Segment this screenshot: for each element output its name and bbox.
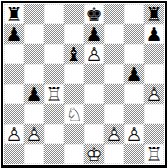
white-pawn-glyph: ♙ <box>4 124 24 144</box>
square-h8[interactable]: ♜ <box>144 4 164 24</box>
piece-white-pawn: ♟♙ <box>104 124 124 144</box>
square-b5[interactable] <box>24 64 44 84</box>
piece-black-pawn: ♟ <box>4 24 24 44</box>
square-f3[interactable] <box>104 104 124 124</box>
square-e2[interactable] <box>84 124 104 144</box>
square-e1[interactable]: ♚♔ <box>84 144 104 164</box>
piece-white-knight: ♞♘ <box>64 104 84 124</box>
square-e5[interactable] <box>84 64 104 84</box>
white-pawn-glyph: ♙ <box>144 84 164 104</box>
piece-white-pawn: ♟♙ <box>4 124 24 144</box>
square-d2[interactable] <box>64 124 84 144</box>
square-a8[interactable]: ♜ <box>4 4 24 24</box>
white-pawn-glyph: ♙ <box>104 124 124 144</box>
square-g7[interactable] <box>124 24 144 44</box>
square-g8[interactable] <box>124 4 144 24</box>
square-h1[interactable]: ♜♖ <box>144 144 164 164</box>
square-d7[interactable] <box>64 24 84 44</box>
square-c8[interactable] <box>44 4 64 24</box>
square-c3[interactable] <box>44 104 64 124</box>
square-a3[interactable] <box>4 104 24 124</box>
white-pawn-glyph: ♙ <box>84 44 104 64</box>
piece-black-pawn: ♟ <box>144 24 164 44</box>
square-f4[interactable] <box>104 84 124 104</box>
square-g3[interactable] <box>124 104 144 124</box>
square-c7[interactable] <box>44 24 64 44</box>
piece-white-king: ♚♔ <box>84 144 104 164</box>
square-f2[interactable]: ♟♙ <box>104 124 124 144</box>
square-f6[interactable] <box>104 44 124 64</box>
square-c2[interactable] <box>44 124 64 144</box>
white-pawn-glyph: ♙ <box>124 124 144 144</box>
square-d8[interactable] <box>64 4 84 24</box>
white-rook-glyph: ♖ <box>44 84 64 104</box>
square-h7[interactable]: ♟ <box>144 24 164 44</box>
square-a1[interactable] <box>4 144 24 164</box>
square-b8[interactable] <box>24 4 44 24</box>
piece-white-rook: ♜♖ <box>44 84 64 104</box>
piece-black-pawn: ♟ <box>124 64 144 84</box>
square-b4[interactable]: ♟ <box>24 84 44 104</box>
square-b6[interactable] <box>24 44 44 64</box>
square-a5[interactable] <box>4 64 24 84</box>
white-king-glyph: ♔ <box>84 144 104 164</box>
piece-black-pawn: ♟ <box>24 84 44 104</box>
piece-black-king: ♚ <box>84 4 104 24</box>
square-d1[interactable] <box>64 144 84 164</box>
square-f7[interactable] <box>104 24 124 44</box>
square-g4[interactable] <box>124 84 144 104</box>
square-d4[interactable] <box>64 84 84 104</box>
square-a6[interactable] <box>4 44 24 64</box>
square-e3[interactable] <box>84 104 104 124</box>
square-g1[interactable] <box>124 144 144 164</box>
square-h6[interactable] <box>144 44 164 64</box>
square-e8[interactable]: ♚ <box>84 4 104 24</box>
white-pawn-glyph: ♙ <box>24 124 44 144</box>
square-f8[interactable] <box>104 4 124 24</box>
square-g6[interactable] <box>124 44 144 64</box>
piece-black-rook: ♜ <box>144 4 164 24</box>
piece-black-bishop: ♝ <box>64 44 84 64</box>
square-a7[interactable]: ♟ <box>4 24 24 44</box>
square-g2[interactable]: ♟♙ <box>124 124 144 144</box>
square-e7[interactable]: ♟ <box>84 24 104 44</box>
square-e6[interactable]: ♟♙ <box>84 44 104 64</box>
piece-white-rook: ♜♖ <box>144 144 164 164</box>
square-b3[interactable] <box>24 104 44 124</box>
piece-white-pawn: ♟♙ <box>24 124 44 144</box>
piece-white-pawn: ♟♙ <box>144 84 164 104</box>
square-b7[interactable] <box>24 24 44 44</box>
square-c4[interactable]: ♜♖ <box>44 84 64 104</box>
piece-black-pawn: ♟ <box>84 24 104 44</box>
chess-board-frame: ♜♚♜♟♟♟♝♟♙♟♟♜♖♟♙♞♘♟♙♟♙♟♙♟♙♚♔♜♖ <box>1 1 167 168</box>
piece-white-pawn: ♟♙ <box>84 44 104 64</box>
square-d5[interactable] <box>64 64 84 84</box>
piece-black-rook: ♜ <box>4 4 24 24</box>
square-d3[interactable]: ♞♘ <box>64 104 84 124</box>
square-h5[interactable] <box>144 64 164 84</box>
square-h4[interactable]: ♟♙ <box>144 84 164 104</box>
white-rook-glyph: ♖ <box>144 144 164 164</box>
square-f5[interactable] <box>104 64 124 84</box>
piece-white-pawn: ♟♙ <box>124 124 144 144</box>
white-knight-glyph: ♘ <box>64 104 84 124</box>
square-b1[interactable] <box>24 144 44 164</box>
square-f1[interactable] <box>104 144 124 164</box>
square-h2[interactable] <box>144 124 164 144</box>
square-d6[interactable]: ♝ <box>64 44 84 64</box>
square-g5[interactable]: ♟ <box>124 64 144 84</box>
square-h3[interactable] <box>144 104 164 124</box>
square-c5[interactable] <box>44 64 64 84</box>
chess-diagram: ♜♚♜♟♟♟♝♟♙♟♟♜♖♟♙♞♘♟♙♟♙♟♙♟♙♚♔♜♖ <box>0 0 168 168</box>
chess-board: ♜♚♜♟♟♟♝♟♙♟♟♜♖♟♙♞♘♟♙♟♙♟♙♟♙♚♔♜♖ <box>4 4 164 164</box>
square-a2[interactable]: ♟♙ <box>4 124 24 144</box>
square-e4[interactable] <box>84 84 104 104</box>
square-a4[interactable] <box>4 84 24 104</box>
square-c1[interactable] <box>44 144 64 164</box>
square-c6[interactable] <box>44 44 64 64</box>
square-b2[interactable]: ♟♙ <box>24 124 44 144</box>
